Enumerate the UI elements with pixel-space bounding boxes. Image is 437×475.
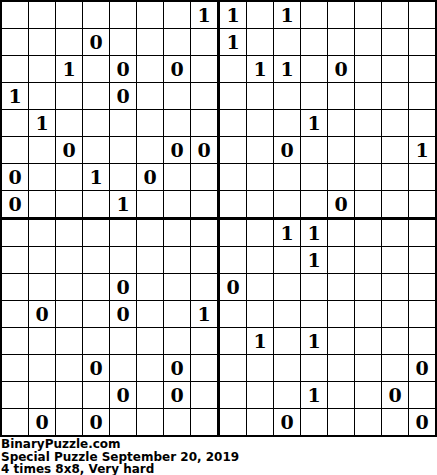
cell-r14c13-empty[interactable] (328, 355, 355, 382)
cell-r9c6-empty[interactable] (137, 220, 164, 247)
cell-r4c7-empty[interactable] (164, 83, 191, 110)
cell-r8c3-empty[interactable] (56, 191, 83, 220)
cell-r11c13-empty[interactable] (328, 274, 355, 301)
cell-r5c5-empty[interactable] (110, 110, 137, 137)
cell-r16c11-given-0: 0 (274, 409, 301, 435)
cell-r7c6-given-0: 0 (137, 164, 164, 191)
cell-r14c10-empty[interactable] (247, 355, 274, 382)
cell-r1c4-empty[interactable] (83, 2, 110, 29)
footer: BinaryPuzzle.com Special Puzzle Septembe… (0, 437, 437, 475)
cell-r5c6-empty[interactable] (137, 110, 164, 137)
cell-r8c13-given-0: 0 (328, 191, 355, 220)
cell-r8c2-empty[interactable] (29, 191, 56, 220)
cell-r16c15-empty[interactable] (382, 409, 409, 435)
cell-r10c6-empty[interactable] (137, 247, 164, 274)
cell-r9c4-empty[interactable] (83, 220, 110, 247)
cell-r13c4-empty[interactable] (83, 328, 110, 355)
cell-r1c9-given-1: 1 (220, 2, 247, 29)
cell-r7c13-empty[interactable] (328, 164, 355, 191)
cell-r5c15-empty[interactable] (382, 110, 409, 137)
cell-r3c13-given-0: 0 (328, 56, 355, 83)
cell-r11c15-empty[interactable] (382, 274, 409, 301)
cell-r10c3-empty[interactable] (56, 247, 83, 274)
puzzle-difficulty: 4 times 8x8, Very hard (1, 463, 437, 475)
cell-r9c3-empty[interactable] (56, 220, 83, 247)
cell-r9c13-empty[interactable] (328, 220, 355, 247)
cell-r10c8-empty[interactable] (191, 247, 220, 274)
cell-r13c10-given-1: 1 (247, 328, 274, 355)
cell-r16c10-empty[interactable] (247, 409, 274, 435)
puzzle-board: 1110110011010110000101001011100001110000… (0, 0, 437, 437)
cell-r4c3-empty[interactable] (56, 83, 83, 110)
cell-r15c13-empty[interactable] (328, 382, 355, 409)
cell-r3c12-empty[interactable] (301, 56, 328, 83)
cell-r8c11-empty[interactable] (274, 191, 301, 220)
cell-r3c16-empty[interactable] (409, 56, 435, 83)
cell-r15c2-empty[interactable] (29, 382, 56, 409)
cell-r7c2-empty[interactable] (29, 164, 56, 191)
cell-r3c11-given-1: 1 (274, 56, 301, 83)
cell-r2c15-empty[interactable] (382, 29, 409, 56)
cell-r1c1-empty[interactable] (2, 2, 29, 29)
cell-r6c10-empty[interactable] (247, 137, 274, 164)
cell-r16c4-given-0: 0 (83, 409, 110, 435)
cell-r13c3-empty[interactable] (56, 328, 83, 355)
site-title: BinaryPuzzle.com (1, 438, 437, 451)
cell-r9c7-empty[interactable] (164, 220, 191, 247)
cell-r10c1-empty[interactable] (2, 247, 29, 274)
cell-r2c10-empty[interactable] (247, 29, 274, 56)
cell-r8c6-empty[interactable] (137, 191, 164, 220)
cell-r11c16-empty[interactable] (409, 274, 435, 301)
cell-r16c7-empty[interactable] (164, 409, 191, 435)
cell-r7c10-empty[interactable] (247, 164, 274, 191)
cell-r12c16-empty[interactable] (409, 301, 435, 328)
cell-r12c14-empty[interactable] (355, 301, 382, 328)
cell-r2c2-empty[interactable] (29, 29, 56, 56)
cell-r5c7-empty[interactable] (164, 110, 191, 137)
cell-r2c14-empty[interactable] (355, 29, 382, 56)
cell-r5c11-empty[interactable] (274, 110, 301, 137)
cell-r7c5-empty[interactable] (110, 164, 137, 191)
cell-r13c5-empty[interactable] (110, 328, 137, 355)
cell-r4c10-empty[interactable] (247, 83, 274, 110)
cell-r9c1-empty[interactable] (2, 220, 29, 247)
cell-r7c3-empty[interactable] (56, 164, 83, 191)
cell-r1c12-empty[interactable] (301, 2, 328, 29)
cell-r4c6-empty[interactable] (137, 83, 164, 110)
cell-r15c6-empty[interactable] (137, 382, 164, 409)
cell-r8c7-empty[interactable] (164, 191, 191, 220)
cell-r11c1-empty[interactable] (2, 274, 29, 301)
cell-r13c14-empty[interactable] (355, 328, 382, 355)
cell-r5c8-empty[interactable] (191, 110, 220, 137)
cell-r11c10-empty[interactable] (247, 274, 274, 301)
cell-r5c1-empty[interactable] (2, 110, 29, 137)
cell-r11c6-empty[interactable] (137, 274, 164, 301)
cell-r4c2-empty[interactable] (29, 83, 56, 110)
cell-r16c14-empty[interactable] (355, 409, 382, 435)
cell-r14c9-empty[interactable] (220, 355, 247, 382)
cell-r15c4-empty[interactable] (83, 382, 110, 409)
cell-r6c13-empty[interactable] (328, 137, 355, 164)
cell-r1c8-given-1: 1 (191, 2, 220, 29)
cell-r14c4-given-0: 0 (83, 355, 110, 382)
cell-r12c7-empty[interactable] (164, 301, 191, 328)
cell-r8c9-empty[interactable] (220, 191, 247, 220)
cell-r13c7-empty[interactable] (164, 328, 191, 355)
cell-r3c4-empty[interactable] (83, 56, 110, 83)
page: 1110110011010110000101001011100001110000… (0, 0, 437, 475)
cell-r7c11-empty[interactable] (274, 164, 301, 191)
cell-r3c3-given-1: 1 (56, 56, 83, 83)
cell-r4c11-empty[interactable] (274, 83, 301, 110)
cell-r12c2-given-0: 0 (29, 301, 56, 328)
cell-r10c14-empty[interactable] (355, 247, 382, 274)
cell-r5c14-empty[interactable] (355, 110, 382, 137)
cell-r12c10-empty[interactable] (247, 301, 274, 328)
cell-r11c4-empty[interactable] (83, 274, 110, 301)
cell-r6c16-given-1: 1 (409, 137, 435, 164)
cell-r9c2-empty[interactable] (29, 220, 56, 247)
cell-r15c15-given-0: 0 (382, 382, 409, 409)
cell-r15c16-empty[interactable] (409, 382, 435, 409)
cell-r5c12-given-1: 1 (301, 110, 328, 137)
cell-r1c15-empty[interactable] (382, 2, 409, 29)
cell-r11c12-empty[interactable] (301, 274, 328, 301)
cell-r5c13-empty[interactable] (328, 110, 355, 137)
cell-r4c12-empty[interactable] (301, 83, 328, 110)
cell-r13c2-empty[interactable] (29, 328, 56, 355)
cell-r2c16-empty[interactable] (409, 29, 435, 56)
cell-r14c16-given-0: 0 (409, 355, 435, 382)
cell-r4c4-empty[interactable] (83, 83, 110, 110)
cell-r3c6-empty[interactable] (137, 56, 164, 83)
cell-r6c6-empty[interactable] (137, 137, 164, 164)
cell-r15c9-empty[interactable] (220, 382, 247, 409)
cell-r13c12-given-1: 1 (301, 328, 328, 355)
cell-r2c1-empty[interactable] (2, 29, 29, 56)
cell-r16c2-given-0: 0 (29, 409, 56, 435)
cell-r9c8-empty[interactable] (191, 220, 220, 247)
cell-r11c8-empty[interactable] (191, 274, 220, 301)
cell-r10c2-empty[interactable] (29, 247, 56, 274)
cell-r11c7-empty[interactable] (164, 274, 191, 301)
cell-r14c6-empty[interactable] (137, 355, 164, 382)
cell-r13c9-empty[interactable] (220, 328, 247, 355)
cell-r16c12-empty[interactable] (301, 409, 328, 435)
cell-r2c13-empty[interactable] (328, 29, 355, 56)
cell-r7c7-empty[interactable] (164, 164, 191, 191)
cell-r12c1-empty[interactable] (2, 301, 29, 328)
cell-r10c13-empty[interactable] (328, 247, 355, 274)
cell-r15c14-empty[interactable] (355, 382, 382, 409)
cell-r10c7-empty[interactable] (164, 247, 191, 274)
cell-r12c12-empty[interactable] (301, 301, 328, 328)
cell-r8c4-empty[interactable] (83, 191, 110, 220)
cell-r6c11-given-0: 0 (274, 137, 301, 164)
cell-r6c1-empty[interactable] (2, 137, 29, 164)
cell-r10c15-empty[interactable] (382, 247, 409, 274)
cell-r8c5-given-1: 1 (110, 191, 137, 220)
cell-r13c6-empty[interactable] (137, 328, 164, 355)
cell-r7c12-empty[interactable] (301, 164, 328, 191)
cell-r5c9-empty[interactable] (220, 110, 247, 137)
cell-r15c8-empty[interactable] (191, 382, 220, 409)
cell-r13c13-empty[interactable] (328, 328, 355, 355)
cell-r5c10-empty[interactable] (247, 110, 274, 137)
cell-r1c5-empty[interactable] (110, 2, 137, 29)
cell-r6c5-empty[interactable] (110, 137, 137, 164)
cell-r5c4-empty[interactable] (83, 110, 110, 137)
cell-r14c14-empty[interactable] (355, 355, 382, 382)
cell-r8c15-empty[interactable] (382, 191, 409, 220)
cell-r11c3-empty[interactable] (56, 274, 83, 301)
cell-r6c3-given-0: 0 (56, 137, 83, 164)
cell-r15c7-given-0: 0 (164, 382, 191, 409)
cell-r7c9-empty[interactable] (220, 164, 247, 191)
cell-r8c8-empty[interactable] (191, 191, 220, 220)
cell-r3c8-empty[interactable] (191, 56, 220, 83)
cell-r13c1-empty[interactable] (2, 328, 29, 355)
cell-r8c14-empty[interactable] (355, 191, 382, 220)
cell-r2c3-empty[interactable] (56, 29, 83, 56)
cell-r8c1-given-0: 0 (2, 191, 29, 220)
cell-r10c11-empty[interactable] (274, 247, 301, 274)
cell-r9c14-empty[interactable] (355, 220, 382, 247)
cell-r14c8-empty[interactable] (191, 355, 220, 382)
cell-r11c14-empty[interactable] (355, 274, 382, 301)
cell-r2c4-given-0: 0 (83, 29, 110, 56)
cell-r13c16-empty[interactable] (409, 328, 435, 355)
cell-r6c2-empty[interactable] (29, 137, 56, 164)
cell-r6c8-given-0: 0 (191, 137, 220, 164)
cell-r7c1-given-0: 0 (2, 164, 29, 191)
cell-r2c8-empty[interactable] (191, 29, 220, 56)
cell-r15c5-given-0: 0 (110, 382, 137, 409)
cell-r9c9-empty[interactable] (220, 220, 247, 247)
cell-r8c10-empty[interactable] (247, 191, 274, 220)
cell-r11c11-empty[interactable] (274, 274, 301, 301)
cell-r13c15-empty[interactable] (382, 328, 409, 355)
cell-r14c5-empty[interactable] (110, 355, 137, 382)
cell-r12c11-empty[interactable] (274, 301, 301, 328)
cell-r1c11-given-1: 1 (274, 2, 301, 29)
cell-r9c5-empty[interactable] (110, 220, 137, 247)
cell-r16c1-empty[interactable] (2, 409, 29, 435)
cell-r3c1-empty[interactable] (2, 56, 29, 83)
cell-r15c3-empty[interactable] (56, 382, 83, 409)
cell-r6c14-empty[interactable] (355, 137, 382, 164)
cell-r9c15-empty[interactable] (382, 220, 409, 247)
cell-r16c13-empty[interactable] (328, 409, 355, 435)
cell-r9c16-empty[interactable] (409, 220, 435, 247)
cell-r15c11-empty[interactable] (274, 382, 301, 409)
cell-r9c10-empty[interactable] (247, 220, 274, 247)
cell-r4c15-empty[interactable] (382, 83, 409, 110)
cell-r3c2-empty[interactable] (29, 56, 56, 83)
cell-r10c12-given-1: 1 (301, 247, 328, 274)
cell-r1c16-empty[interactable] (409, 2, 435, 29)
cell-r16c6-empty[interactable] (137, 409, 164, 435)
cell-r7c8-empty[interactable] (191, 164, 220, 191)
cell-r1c6-empty[interactable] (137, 2, 164, 29)
cell-r15c12-given-1: 1 (301, 382, 328, 409)
cell-r12c13-empty[interactable] (328, 301, 355, 328)
cell-r8c16-empty[interactable] (409, 191, 435, 220)
cell-r13c11-empty[interactable] (274, 328, 301, 355)
cell-r16c9-empty[interactable] (220, 409, 247, 435)
cell-r3c7-given-0: 0 (164, 56, 191, 83)
cell-r1c2-empty[interactable] (29, 2, 56, 29)
cell-r14c12-empty[interactable] (301, 355, 328, 382)
cell-r6c7-given-0: 0 (164, 137, 191, 164)
cell-r3c15-empty[interactable] (382, 56, 409, 83)
cell-r7c16-empty[interactable] (409, 164, 435, 191)
cell-r1c14-empty[interactable] (355, 2, 382, 29)
cell-r10c10-empty[interactable] (247, 247, 274, 274)
cell-r12c15-empty[interactable] (382, 301, 409, 328)
cell-r2c11-empty[interactable] (274, 29, 301, 56)
cell-r3c9-empty[interactable] (220, 56, 247, 83)
cell-r10c4-empty[interactable] (83, 247, 110, 274)
cell-r16c5-empty[interactable] (110, 409, 137, 435)
cell-r5c2-given-1: 1 (29, 110, 56, 137)
cell-r16c16-given-0: 0 (409, 409, 435, 435)
cell-r2c7-empty[interactable] (164, 29, 191, 56)
cell-r4c8-empty[interactable] (191, 83, 220, 110)
cell-r4c1-given-1: 1 (2, 83, 29, 110)
cell-r4c9-empty[interactable] (220, 83, 247, 110)
cell-r9c11-given-1: 1 (274, 220, 301, 247)
cell-r4c5-given-0: 0 (110, 83, 137, 110)
cell-r7c15-empty[interactable] (382, 164, 409, 191)
cell-r5c3-empty[interactable] (56, 110, 83, 137)
cell-r14c11-empty[interactable] (274, 355, 301, 382)
cell-r15c10-empty[interactable] (247, 382, 274, 409)
cell-r14c3-empty[interactable] (56, 355, 83, 382)
cell-r11c5-given-0: 0 (110, 274, 137, 301)
cell-r1c10-empty[interactable] (247, 2, 274, 29)
cell-r13c8-empty[interactable] (191, 328, 220, 355)
cell-r16c8-empty[interactable] (191, 409, 220, 435)
cell-r3c14-empty[interactable] (355, 56, 382, 83)
cell-r11c2-empty[interactable] (29, 274, 56, 301)
cell-r10c16-empty[interactable] (409, 247, 435, 274)
cell-r10c5-empty[interactable] (110, 247, 137, 274)
cell-r6c9-empty[interactable] (220, 137, 247, 164)
cell-r1c3-empty[interactable] (56, 2, 83, 29)
cell-r4c14-empty[interactable] (355, 83, 382, 110)
cell-r3c5-given-0: 0 (110, 56, 137, 83)
cell-r4c13-empty[interactable] (328, 83, 355, 110)
cell-r6c4-empty[interactable] (83, 137, 110, 164)
cell-r2c6-empty[interactable] (137, 29, 164, 56)
cell-r14c15-empty[interactable] (382, 355, 409, 382)
cell-r12c3-empty[interactable] (56, 301, 83, 328)
cell-r7c4-given-1: 1 (83, 164, 110, 191)
cell-r12c9-empty[interactable] (220, 301, 247, 328)
cell-r14c7-given-0: 0 (164, 355, 191, 382)
cell-r11c9-given-0: 0 (220, 274, 247, 301)
cell-r7c14-empty[interactable] (355, 164, 382, 191)
cell-r16c3-empty[interactable] (56, 409, 83, 435)
cell-r9c12-given-1: 1 (301, 220, 328, 247)
cell-r4c16-empty[interactable] (409, 83, 435, 110)
cell-r10c9-empty[interactable] (220, 247, 247, 274)
cell-r2c12-empty[interactable] (301, 29, 328, 56)
cell-r1c13-empty[interactable] (328, 2, 355, 29)
cell-r1c7-empty[interactable] (164, 2, 191, 29)
cell-r2c5-empty[interactable] (110, 29, 137, 56)
cell-r12c5-given-0: 0 (110, 301, 137, 328)
cell-r6c15-empty[interactable] (382, 137, 409, 164)
cell-r14c1-empty[interactable] (2, 355, 29, 382)
cell-r5c16-empty[interactable] (409, 110, 435, 137)
cell-r15c1-empty[interactable] (2, 382, 29, 409)
cell-r6c12-empty[interactable] (301, 137, 328, 164)
cell-r12c4-empty[interactable] (83, 301, 110, 328)
cell-r12c6-empty[interactable] (137, 301, 164, 328)
cell-r3c10-given-1: 1 (247, 56, 274, 83)
cell-r12c8-given-1: 1 (191, 301, 220, 328)
cell-r2c9-given-1: 1 (220, 29, 247, 56)
cell-r8c12-empty[interactable] (301, 191, 328, 220)
cell-r14c2-empty[interactable] (29, 355, 56, 382)
